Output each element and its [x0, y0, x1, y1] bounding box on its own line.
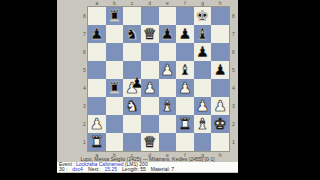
- coord-label: 8: [82, 7, 87, 25]
- square-d1[interactable]: ♛: [141, 133, 159, 151]
- letterbox-left: [0, 0, 57, 180]
- white-p-a2[interactable]: ♟: [90, 117, 103, 132]
- coord-label: 3: [231, 97, 236, 115]
- square-b1[interactable]: [106, 133, 124, 151]
- square-g3[interactable]: ♟: [194, 97, 212, 115]
- square-c7[interactable]: ♞: [123, 25, 141, 43]
- square-a3[interactable]: [88, 97, 106, 115]
- white-p-d4[interactable]: ♟: [143, 81, 156, 96]
- coord-label: 4: [231, 79, 236, 97]
- square-e1[interactable]: [159, 133, 177, 151]
- square-b7[interactable]: [106, 25, 124, 43]
- square-b2[interactable]: [106, 115, 124, 133]
- square-c3[interactable]: ♞: [123, 97, 141, 115]
- square-h6[interactable]: [211, 43, 229, 61]
- chess-gui-panel: abcdefgh 87654321 87654321 ♜♚♟♞♛♟♟♝♟♟♝♟♜…: [57, 0, 238, 173]
- black-r-b8[interactable]: ♜: [108, 9, 121, 24]
- square-h3[interactable]: ♟: [211, 97, 229, 115]
- white-q-d1[interactable]: ♛: [143, 135, 156, 150]
- chess-board[interactable]: ♜♚♟♞♛♟♟♝♟♟♝♟♜♟♟♟♞♝♟♟♟♜♝♚♜♛♟: [88, 7, 229, 151]
- square-c8[interactable]: [123, 7, 141, 25]
- coord-label: e: [159, 0, 177, 6]
- coord-label: c: [123, 0, 141, 6]
- white-p-f4[interactable]: ♟: [178, 81, 191, 96]
- stats-segment: 30 :: [59, 166, 67, 172]
- square-c1[interactable]: [123, 133, 141, 151]
- square-e6[interactable]: [159, 43, 177, 61]
- stats-segment[interactable]: 15.25: [105, 166, 118, 172]
- coord-label: 5: [82, 61, 87, 79]
- square-a1[interactable]: ♜: [88, 133, 106, 151]
- square-h1[interactable]: [211, 133, 229, 151]
- square-e2[interactable]: [159, 115, 177, 133]
- coord-label: 3: [82, 97, 87, 115]
- coord-label: 4: [82, 79, 87, 97]
- white-q-d7[interactable]: ♛: [143, 27, 156, 42]
- white-b-g2[interactable]: ♝: [196, 117, 209, 132]
- black-k-g8[interactable]: ♚: [196, 9, 209, 24]
- square-g8[interactable]: ♚: [194, 7, 212, 25]
- stats-segment: Length: 55: [122, 166, 146, 172]
- white-n-c3[interactable]: ♞: [125, 99, 138, 114]
- square-f2[interactable]: ♜: [176, 115, 194, 133]
- square-f4[interactable]: ♟: [176, 79, 194, 97]
- black-n-c7[interactable]: ♞: [125, 27, 138, 42]
- white-p-h3[interactable]: ♟: [213, 99, 226, 114]
- square-e3[interactable]: ♝: [159, 97, 177, 115]
- square-e8[interactable]: [159, 7, 177, 25]
- coord-label: 6: [231, 43, 236, 61]
- stats-segment[interactable]: dxc4: [72, 166, 83, 172]
- square-d8[interactable]: [141, 7, 159, 25]
- square-g1[interactable]: [194, 133, 212, 151]
- square-h5[interactable]: ♟: [211, 61, 229, 79]
- coord-label: f: [176, 0, 194, 6]
- rank-labels-right: 87654321: [231, 7, 236, 151]
- square-d6[interactable]: [141, 43, 159, 61]
- file-labels-top: abcdefgh: [88, 0, 229, 6]
- square-f1[interactable]: [176, 133, 194, 151]
- stats-segment: Next:: [88, 166, 100, 172]
- coord-label: 1: [82, 133, 87, 151]
- black-p-h5[interactable]: ♟: [213, 63, 226, 78]
- coord-label: d: [141, 0, 159, 6]
- square-g5[interactable]: [194, 61, 212, 79]
- square-a2[interactable]: ♟: [88, 115, 106, 133]
- square-f5[interactable]: ♝: [176, 61, 194, 79]
- coord-label: 8: [231, 7, 236, 25]
- square-g7[interactable]: ♝: [194, 25, 212, 43]
- square-f6[interactable]: [176, 43, 194, 61]
- square-h7[interactable]: [211, 25, 229, 43]
- white-r-a1[interactable]: ♜: [90, 135, 103, 150]
- square-d3[interactable]: [141, 97, 159, 115]
- square-e7[interactable]: ♟: [159, 25, 177, 43]
- coord-label: g: [194, 0, 212, 6]
- rank-labels-left: 87654321: [82, 7, 87, 151]
- video-frame: abcdefgh 87654321 87654321 ♜♚♟♞♛♟♟♝♟♟♝♟♜…: [0, 0, 320, 180]
- black-b-f5[interactable]: ♝: [178, 63, 191, 78]
- square-h2[interactable]: ♚: [211, 115, 229, 133]
- coord-label: 6: [82, 43, 87, 61]
- square-b5[interactable]: [106, 61, 124, 79]
- black-p-e7[interactable]: ♟: [161, 27, 174, 42]
- black-p-g6[interactable]: ♟: [196, 45, 209, 60]
- coord-label: 5: [231, 61, 236, 79]
- square-c2[interactable]: [123, 115, 141, 133]
- square-e5[interactable]: ♟: [159, 61, 177, 79]
- coord-label: 2: [231, 115, 236, 133]
- white-p-g3[interactable]: ♟: [196, 99, 209, 114]
- coord-label: 7: [231, 25, 236, 43]
- coord-label: 7: [82, 25, 87, 43]
- white-p-e5[interactable]: ♟: [161, 63, 174, 78]
- letterbox-right: [238, 0, 320, 180]
- square-a6[interactable]: [88, 43, 106, 61]
- black-p-moving-d5-c4[interactable]: ♟: [130, 76, 143, 91]
- square-g2[interactable]: ♝: [194, 115, 212, 133]
- square-h4[interactable]: [211, 79, 229, 97]
- square-h8[interactable]: [211, 7, 229, 25]
- square-a4[interactable]: [88, 79, 106, 97]
- square-d7[interactable]: ♛: [141, 25, 159, 43]
- square-c6[interactable]: [123, 43, 141, 61]
- square-b6[interactable]: [106, 43, 124, 61]
- square-f3[interactable]: [176, 97, 194, 115]
- coord-label: 2: [82, 115, 87, 133]
- white-r-f2[interactable]: ♜: [178, 117, 191, 132]
- black-p-a7[interactable]: ♟: [90, 27, 103, 42]
- square-d2[interactable]: [141, 115, 159, 133]
- square-e4[interactable]: [159, 79, 177, 97]
- coord-label: a: [88, 0, 106, 6]
- white-b-e3[interactable]: ♝: [161, 99, 174, 114]
- square-b3[interactable]: [106, 97, 124, 115]
- square-a8[interactable]: [88, 7, 106, 25]
- white-k-h2[interactable]: ♚: [213, 117, 226, 132]
- square-f7[interactable]: ♟: [176, 25, 194, 43]
- square-a7[interactable]: ♟: [88, 25, 106, 43]
- coord-label: h: [211, 0, 229, 6]
- square-b8[interactable]: ♜: [106, 7, 124, 25]
- stats-segment: Material: 7: [151, 166, 174, 172]
- coord-label: 1: [231, 133, 236, 151]
- coord-label: b: [106, 0, 124, 6]
- square-f8[interactable]: [176, 7, 194, 25]
- square-g4[interactable]: [194, 79, 212, 97]
- square-a5[interactable]: [88, 61, 106, 79]
- info-strip: Event : Lockzaba Caforamed (LM1) 200 30 …: [57, 162, 238, 172]
- black-b-g7[interactable]: ♝: [196, 27, 209, 42]
- black-r-b4[interactable]: ♜: [108, 81, 121, 96]
- black-p-f7[interactable]: ♟: [178, 27, 191, 42]
- square-g6[interactable]: ♟: [194, 43, 212, 61]
- square-b4[interactable]: ♜: [106, 79, 124, 97]
- stats-line: 30 :dxc4Next:15.25Length: 55Material: 7: [57, 167, 238, 172]
